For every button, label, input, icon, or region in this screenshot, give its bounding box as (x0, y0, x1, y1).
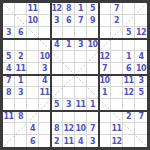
cell-r3c9[interactable] (99, 27, 111, 39)
cell-r4c5[interactable]: 4 (51, 39, 63, 51)
cell-r5c3[interactable] (27, 51, 39, 63)
cell-r8c2[interactable]: 3 (15, 87, 27, 99)
cell-r7c9[interactable]: 10 (99, 75, 111, 87)
cell-r9c12[interactable] (135, 99, 147, 111)
cell-r3c4[interactable] (39, 27, 51, 39)
cell-r3c12[interactable]: 12 (135, 27, 147, 39)
cell-r5c11[interactable]: 1 (123, 51, 135, 63)
cell-r11c3[interactable]: 4 (27, 123, 39, 135)
cell-r3c2[interactable]: 6 (15, 27, 27, 39)
cell-r4c1[interactable] (3, 39, 15, 51)
cell-r4c12[interactable] (135, 39, 147, 51)
cell-r4c7[interactable]: 3 (75, 39, 87, 51)
cell-r9c3[interactable] (27, 99, 39, 111)
cell-r8c10[interactable] (111, 87, 123, 99)
cell-r10c5[interactable] (51, 111, 63, 123)
cell-r8c8[interactable] (87, 87, 99, 99)
cell-r9c2[interactable] (15, 99, 27, 111)
cell-r11c11[interactable] (123, 123, 135, 135)
cell-r8c9[interactable]: 1 (99, 87, 111, 99)
cell-r11c10[interactable]: 11 (111, 123, 123, 135)
cell-r9c11[interactable] (123, 99, 135, 111)
cell-r2c12[interactable] (135, 15, 147, 27)
cell-r3c10[interactable] (111, 27, 123, 39)
cell-r1c7[interactable]: 1 (75, 3, 87, 15)
cell-r4c9[interactable] (99, 39, 111, 51)
cell-r4c3[interactable] (27, 39, 39, 51)
cell-r1c4[interactable] (39, 3, 51, 15)
cell-r6c12[interactable]: 10 (135, 63, 147, 75)
cell-r9c1[interactable] (3, 99, 15, 111)
cell-r7c4[interactable]: 4 (39, 75, 51, 87)
cell-r9c7[interactable]: 11 (75, 99, 87, 111)
cell-r11c9[interactable] (99, 123, 111, 135)
cell-r3c6[interactable] (63, 27, 75, 39)
cell-r3c7[interactable] (75, 27, 87, 39)
cell-r11c8[interactable]: 7 (87, 123, 99, 135)
cell-r7c6[interactable] (63, 75, 75, 87)
cell-r10c7[interactable] (75, 111, 87, 123)
cell-r9c6[interactable]: 3 (63, 99, 75, 111)
cell-r10c6[interactable] (63, 111, 75, 123)
cell-r6c3[interactable] (27, 63, 39, 75)
cell-r12c3[interactable]: 6 (27, 135, 39, 147)
cell-r6c2[interactable]: 11 (15, 63, 27, 75)
cell-r3c3[interactable] (27, 27, 39, 39)
sudoku-board: 1112815710367923651241310521012144113761… (0, 0, 150, 150)
cell-r10c3[interactable] (27, 111, 39, 123)
cell-r1c11[interactable] (123, 3, 135, 15)
cell-r10c8[interactable] (87, 111, 99, 123)
cell-r8c12[interactable]: 5 (135, 87, 147, 99)
cell-r4c11[interactable] (123, 39, 135, 51)
cell-r7c11[interactable]: 11 (123, 75, 135, 87)
cell-r1c9[interactable] (99, 3, 111, 15)
cell-r7c7[interactable] (75, 75, 87, 87)
cell-r2c1[interactable] (3, 15, 15, 27)
cell-r3c5[interactable] (51, 27, 63, 39)
cell-r10c2[interactable]: 8 (15, 111, 27, 123)
cell-r11c4[interactable] (39, 123, 51, 135)
cell-r1c6[interactable]: 8 (63, 3, 75, 15)
cell-r12c9[interactable] (99, 135, 111, 147)
cell-r10c11[interactable]: 2 (123, 111, 135, 123)
cell-r10c9[interactable] (99, 111, 111, 123)
cell-r12c2[interactable] (15, 135, 27, 147)
cell-r5c1[interactable]: 5 (3, 51, 15, 63)
cell-r10c12[interactable]: 7 (135, 111, 147, 123)
cell-r2c2[interactable] (15, 15, 27, 27)
cell-r7c3[interactable] (27, 75, 39, 87)
cell-r2c7[interactable]: 7 (75, 15, 87, 27)
cell-r1c5[interactable]: 12 (51, 3, 63, 15)
cell-r5c5[interactable] (51, 51, 63, 63)
cell-r2c11[interactable] (123, 15, 135, 27)
cell-r11c1[interactable] (3, 123, 15, 135)
cell-r2c4[interactable] (39, 15, 51, 27)
cell-r8c4[interactable]: 11 (39, 87, 51, 99)
cell-r7c8[interactable] (87, 75, 99, 87)
cell-r5c6[interactable] (63, 51, 75, 63)
cell-r8c6[interactable] (63, 87, 75, 99)
cell-r6c1[interactable]: 4 (3, 63, 15, 75)
cell-r5c4[interactable]: 10 (39, 51, 51, 63)
cell-r12c11[interactable] (123, 135, 135, 147)
cell-r9c8[interactable]: 1 (87, 99, 99, 111)
cell-r12c8[interactable]: 3 (87, 135, 99, 147)
cell-r1c8[interactable]: 5 (87, 3, 99, 15)
cell-r11c12[interactable] (135, 123, 147, 135)
cell-r11c6[interactable]: 12 (63, 123, 75, 135)
cell-r5c8[interactable] (87, 51, 99, 63)
cell-r5c7[interactable] (75, 51, 87, 63)
cell-r2c5[interactable]: 3 (51, 15, 63, 27)
cell-r12c4[interactable] (39, 135, 51, 147)
cell-r8c11[interactable]: 12 (123, 87, 135, 99)
cell-r2c3[interactable]: 10 (27, 15, 39, 27)
cell-r9c10[interactable] (111, 99, 123, 111)
cell-r9c5[interactable]: 5 (51, 99, 63, 111)
cell-r2c10[interactable]: 2 (111, 15, 123, 27)
cell-r4c4[interactable] (39, 39, 51, 51)
cell-r7c12[interactable]: 3 (135, 75, 147, 87)
cell-r4c8[interactable]: 10 (87, 39, 99, 51)
sudoku-grid: 1112815710367923651241310521012144113761… (3, 3, 147, 147)
cell-r3c11[interactable]: 5 (123, 27, 135, 39)
cell-r6c10[interactable] (111, 63, 123, 75)
cell-r6c8[interactable] (87, 63, 99, 75)
cell-r10c1[interactable]: 11 (3, 111, 15, 123)
cell-r12c12[interactable] (135, 135, 147, 147)
cell-r5c2[interactable]: 2 (15, 51, 27, 63)
cell-r6c11[interactable]: 6 (123, 63, 135, 75)
cell-r9c4[interactable] (39, 99, 51, 111)
cell-r9c9[interactable] (99, 99, 111, 111)
cell-r10c10[interactable] (111, 111, 123, 123)
cell-r3c8[interactable] (87, 27, 99, 39)
cell-r12c10[interactable]: 12 (111, 135, 123, 147)
cell-r12c1[interactable] (3, 135, 15, 147)
cell-r11c2[interactable] (15, 123, 27, 135)
cell-r4c2[interactable] (15, 39, 27, 51)
cell-r1c12[interactable] (135, 3, 147, 15)
cell-r4c6[interactable]: 1 (63, 39, 75, 51)
cell-r8c1[interactable]: 8 (3, 87, 15, 99)
cell-r3c1[interactable]: 3 (3, 27, 15, 39)
cell-r5c9[interactable]: 12 (99, 51, 111, 63)
cell-r7c10[interactable] (111, 75, 123, 87)
cell-r1c1[interactable] (3, 3, 15, 15)
cell-r1c2[interactable] (15, 3, 27, 15)
cell-r2c6[interactable]: 6 (63, 15, 75, 27)
cell-r11c5[interactable]: 8 (51, 123, 63, 135)
cell-r6c5[interactable] (51, 63, 63, 75)
cell-r2c8[interactable]: 9 (87, 15, 99, 27)
cell-r2c9[interactable] (99, 15, 111, 27)
cell-r11c7[interactable]: 10 (75, 123, 87, 135)
cell-r8c3[interactable] (27, 87, 39, 99)
cell-r12c6[interactable]: 11 (63, 135, 75, 147)
cell-r6c9[interactable]: 7 (99, 63, 111, 75)
cell-r7c5[interactable] (51, 75, 63, 87)
cell-r5c12[interactable]: 4 (135, 51, 147, 63)
cell-r8c5[interactable] (51, 87, 63, 99)
cell-r6c7[interactable] (75, 63, 87, 75)
cell-r4c10[interactable] (111, 39, 123, 51)
cell-r1c10[interactable]: 7 (111, 3, 123, 15)
cell-r5c10[interactable] (111, 51, 123, 63)
cell-r12c7[interactable]: 4 (75, 135, 87, 147)
cell-r12c5[interactable]: 2 (51, 135, 63, 147)
cell-r7c2[interactable]: 1 (15, 75, 27, 87)
cell-r7c1[interactable]: 7 (3, 75, 15, 87)
cell-r1c3[interactable]: 11 (27, 3, 39, 15)
cell-r6c4[interactable]: 3 (39, 63, 51, 75)
cell-r6c6[interactable] (63, 63, 75, 75)
cell-r10c4[interactable] (39, 111, 51, 123)
cell-r8c7[interactable] (75, 87, 87, 99)
